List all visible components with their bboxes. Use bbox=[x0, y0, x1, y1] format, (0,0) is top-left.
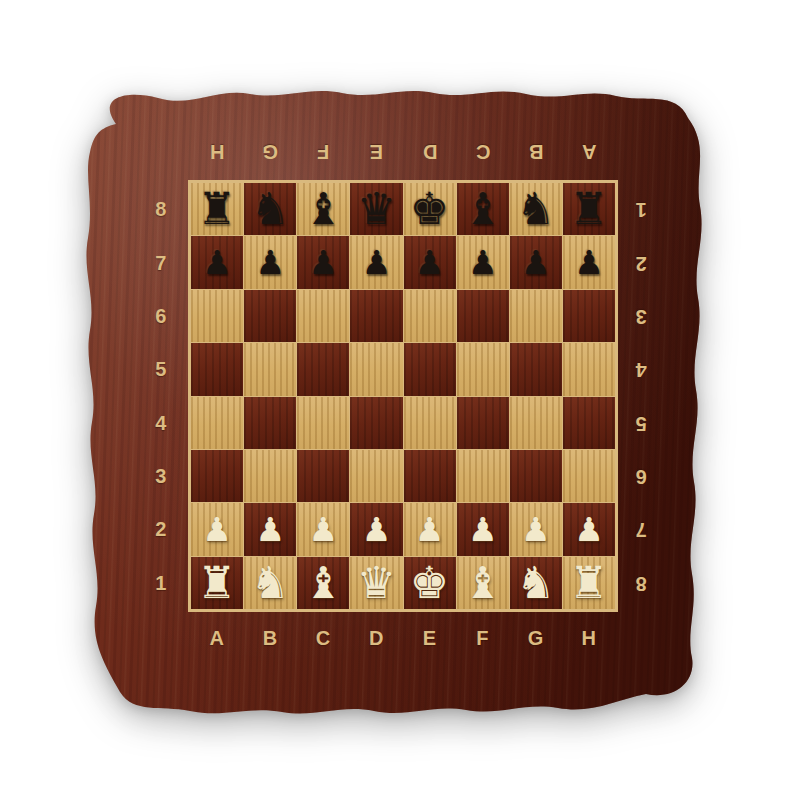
chess-board: ♜♞♝♛♚♝♞♜♟♟♟♟♟♟♟♟♟♟♟♟♟♟♟♟♜♞♝♛♚♝♞♜ bbox=[188, 180, 618, 612]
board-square[interactable]: ♟ bbox=[350, 236, 402, 288]
product-photo-white-background: ♜♞♝♛♚♝♞♜♟♟♟♟♟♟♟♟♟♟♟♟♟♟♟♟♜♞♝♛♚♝♞♜ HA81GB7… bbox=[0, 0, 800, 800]
piece-white-pawn: ♟ bbox=[202, 513, 232, 546]
board-square[interactable] bbox=[191, 290, 243, 342]
piece-white-pawn: ♟ bbox=[468, 513, 498, 546]
board-square[interactable] bbox=[404, 397, 456, 449]
board-square[interactable] bbox=[297, 450, 349, 502]
piece-black-knight: ♞ bbox=[516, 187, 555, 231]
rank-label-left-6: 6 bbox=[155, 304, 167, 327]
board-square[interactable] bbox=[510, 290, 562, 342]
board-square[interactable]: ♞ bbox=[244, 183, 296, 235]
board-square[interactable]: ♞ bbox=[244, 557, 296, 609]
board-square[interactable]: ♜ bbox=[563, 183, 615, 235]
piece-black-knight: ♞ bbox=[250, 187, 289, 231]
piece-white-pawn: ♟ bbox=[362, 513, 392, 546]
piece-black-bishop: ♝ bbox=[463, 187, 502, 231]
board-square[interactable] bbox=[297, 343, 349, 395]
file-label-top-E: E bbox=[370, 140, 384, 163]
piece-white-pawn: ♟ bbox=[255, 513, 285, 546]
file-label-top-A: A bbox=[581, 140, 596, 163]
board-square[interactable] bbox=[350, 397, 402, 449]
piece-black-pawn: ♟ bbox=[309, 246, 339, 279]
board-square[interactable]: ♜ bbox=[191, 183, 243, 235]
rank-label-right-1: 1 bbox=[635, 198, 647, 221]
board-square[interactable] bbox=[563, 397, 615, 449]
rank-label-right-8: 8 bbox=[635, 571, 647, 594]
board-square[interactable]: ♜ bbox=[563, 557, 615, 609]
rank-label-right-5: 5 bbox=[635, 411, 647, 434]
rank-label-left-1: 1 bbox=[155, 571, 167, 594]
board-square[interactable]: ♟ bbox=[244, 503, 296, 555]
board-square[interactable] bbox=[457, 290, 509, 342]
piece-black-bishop: ♝ bbox=[304, 187, 343, 231]
piece-white-bishop: ♝ bbox=[463, 561, 502, 605]
piece-black-pawn: ♟ bbox=[521, 246, 551, 279]
board-square[interactable]: ♟ bbox=[457, 503, 509, 555]
board-square[interactable] bbox=[404, 343, 456, 395]
board-square[interactable]: ♟ bbox=[191, 503, 243, 555]
board-square[interactable]: ♟ bbox=[297, 503, 349, 555]
board-square[interactable]: ♞ bbox=[510, 557, 562, 609]
board-square[interactable] bbox=[191, 397, 243, 449]
rank-label-right-7: 7 bbox=[635, 518, 647, 541]
board-square[interactable]: ♟ bbox=[457, 236, 509, 288]
piece-black-pawn: ♟ bbox=[415, 246, 445, 279]
file-label-bottom-C: C bbox=[316, 627, 331, 650]
board-square[interactable] bbox=[244, 343, 296, 395]
file-label-bottom-G: G bbox=[528, 627, 544, 650]
board-square[interactable] bbox=[191, 343, 243, 395]
piece-white-pawn: ♟ bbox=[574, 513, 604, 546]
piece-black-queen: ♛ bbox=[357, 187, 396, 231]
rank-label-left-3: 3 bbox=[155, 465, 167, 488]
file-label-top-B: B bbox=[528, 140, 543, 163]
rank-label-left-7: 7 bbox=[155, 251, 167, 274]
piece-black-pawn: ♟ bbox=[362, 246, 392, 279]
rank-label-left-5: 5 bbox=[155, 358, 167, 381]
board-square[interactable] bbox=[457, 397, 509, 449]
board-square[interactable]: ♟ bbox=[563, 503, 615, 555]
board-square[interactable] bbox=[297, 290, 349, 342]
piece-black-rook: ♜ bbox=[569, 187, 608, 231]
board-square[interactable] bbox=[457, 343, 509, 395]
board-square[interactable]: ♟ bbox=[404, 503, 456, 555]
piece-black-pawn: ♟ bbox=[468, 246, 498, 279]
board-square[interactable] bbox=[244, 450, 296, 502]
board-square[interactable]: ♚ bbox=[404, 183, 456, 235]
board-square[interactable]: ♝ bbox=[297, 183, 349, 235]
piece-black-pawn: ♟ bbox=[255, 246, 285, 279]
board-square[interactable]: ♚ bbox=[404, 557, 456, 609]
piece-white-knight: ♞ bbox=[250, 561, 289, 605]
board-square[interactable]: ♝ bbox=[457, 183, 509, 235]
file-label-bottom-E: E bbox=[423, 627, 437, 650]
board-square[interactable] bbox=[563, 450, 615, 502]
file-label-top-C: C bbox=[475, 140, 490, 163]
board-square[interactable] bbox=[404, 450, 456, 502]
piece-white-rook: ♜ bbox=[197, 561, 236, 605]
board-square[interactable] bbox=[244, 290, 296, 342]
rank-label-right-2: 2 bbox=[635, 251, 647, 274]
board-square[interactable]: ♛ bbox=[350, 557, 402, 609]
board-square[interactable]: ♟ bbox=[191, 236, 243, 288]
board-square[interactable] bbox=[350, 450, 402, 502]
board-square[interactable]: ♛ bbox=[350, 183, 402, 235]
board-square[interactable]: ♟ bbox=[297, 236, 349, 288]
piece-black-pawn: ♟ bbox=[202, 246, 232, 279]
file-label-bottom-A: A bbox=[210, 627, 225, 650]
file-label-top-D: D bbox=[422, 140, 437, 163]
piece-white-bishop: ♝ bbox=[304, 561, 343, 605]
file-label-top-F: F bbox=[317, 140, 330, 163]
file-label-top-G: G bbox=[262, 140, 278, 163]
file-label-bottom-B: B bbox=[263, 627, 278, 650]
file-label-top-H: H bbox=[210, 140, 225, 163]
board-square[interactable] bbox=[457, 450, 509, 502]
board-square[interactable]: ♟ bbox=[510, 236, 562, 288]
rank-label-left-8: 8 bbox=[155, 198, 167, 221]
piece-black-rook: ♜ bbox=[197, 187, 236, 231]
piece-white-pawn: ♟ bbox=[415, 513, 445, 546]
board-square[interactable]: ♟ bbox=[563, 236, 615, 288]
board-square[interactable]: ♟ bbox=[404, 236, 456, 288]
board-square[interactable]: ♟ bbox=[350, 503, 402, 555]
board-square[interactable] bbox=[510, 450, 562, 502]
file-label-bottom-F: F bbox=[476, 627, 489, 650]
piece-white-pawn: ♟ bbox=[309, 513, 339, 546]
file-label-bottom-H: H bbox=[581, 627, 596, 650]
board-square[interactable] bbox=[510, 343, 562, 395]
rank-label-right-3: 3 bbox=[635, 304, 647, 327]
board-square[interactable] bbox=[244, 397, 296, 449]
piece-white-knight: ♞ bbox=[516, 561, 555, 605]
piece-black-pawn: ♟ bbox=[574, 246, 604, 279]
piece-black-king: ♚ bbox=[410, 187, 449, 231]
board-square[interactable]: ♟ bbox=[510, 503, 562, 555]
board-square[interactable] bbox=[510, 397, 562, 449]
file-label-bottom-D: D bbox=[369, 627, 384, 650]
board-square[interactable]: ♞ bbox=[510, 183, 562, 235]
rank-label-left-4: 4 bbox=[155, 411, 167, 434]
rank-label-right-6: 6 bbox=[635, 465, 647, 488]
board-square[interactable]: ♝ bbox=[297, 557, 349, 609]
rank-label-left-2: 2 bbox=[155, 518, 167, 541]
rank-label-right-4: 4 bbox=[635, 358, 647, 381]
board-square[interactable] bbox=[563, 343, 615, 395]
board-square[interactable] bbox=[350, 290, 402, 342]
board-square[interactable] bbox=[350, 343, 402, 395]
piece-white-pawn: ♟ bbox=[521, 513, 551, 546]
board-square[interactable]: ♟ bbox=[244, 236, 296, 288]
board-square[interactable] bbox=[404, 290, 456, 342]
board-square[interactable] bbox=[297, 397, 349, 449]
piece-white-king: ♚ bbox=[410, 561, 449, 605]
board-square[interactable]: ♝ bbox=[457, 557, 509, 609]
board-square[interactable] bbox=[563, 290, 615, 342]
piece-white-queen: ♛ bbox=[357, 561, 396, 605]
piece-white-rook: ♜ bbox=[569, 561, 608, 605]
board-square[interactable]: ♜ bbox=[191, 557, 243, 609]
board-square[interactable] bbox=[191, 450, 243, 502]
